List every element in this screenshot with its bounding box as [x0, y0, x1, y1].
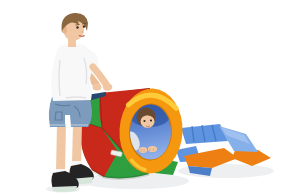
boy-far-leg [72, 124, 82, 164]
roller-tunnel [80, 87, 185, 179]
toddler-right-hand [148, 146, 157, 152]
boy-right-eye [83, 25, 85, 27]
boy-near-hand [103, 83, 113, 91]
boy-near-shoe-sole [52, 186, 77, 192]
toddler-left-eye [143, 120, 145, 122]
toddler-face [141, 115, 155, 128]
photo-canvas: A young boy in a white t-shirt and denim… [0, 0, 290, 194]
soft-play-scene: A young boy in a white t-shirt and denim… [0, 0, 290, 194]
boy-far-hand [93, 84, 102, 91]
toddler-right-eye [150, 119, 152, 121]
boy-near-leg [56, 124, 66, 172]
boy-left-eye [76, 26, 78, 28]
toddler-left-hand [139, 147, 147, 153]
